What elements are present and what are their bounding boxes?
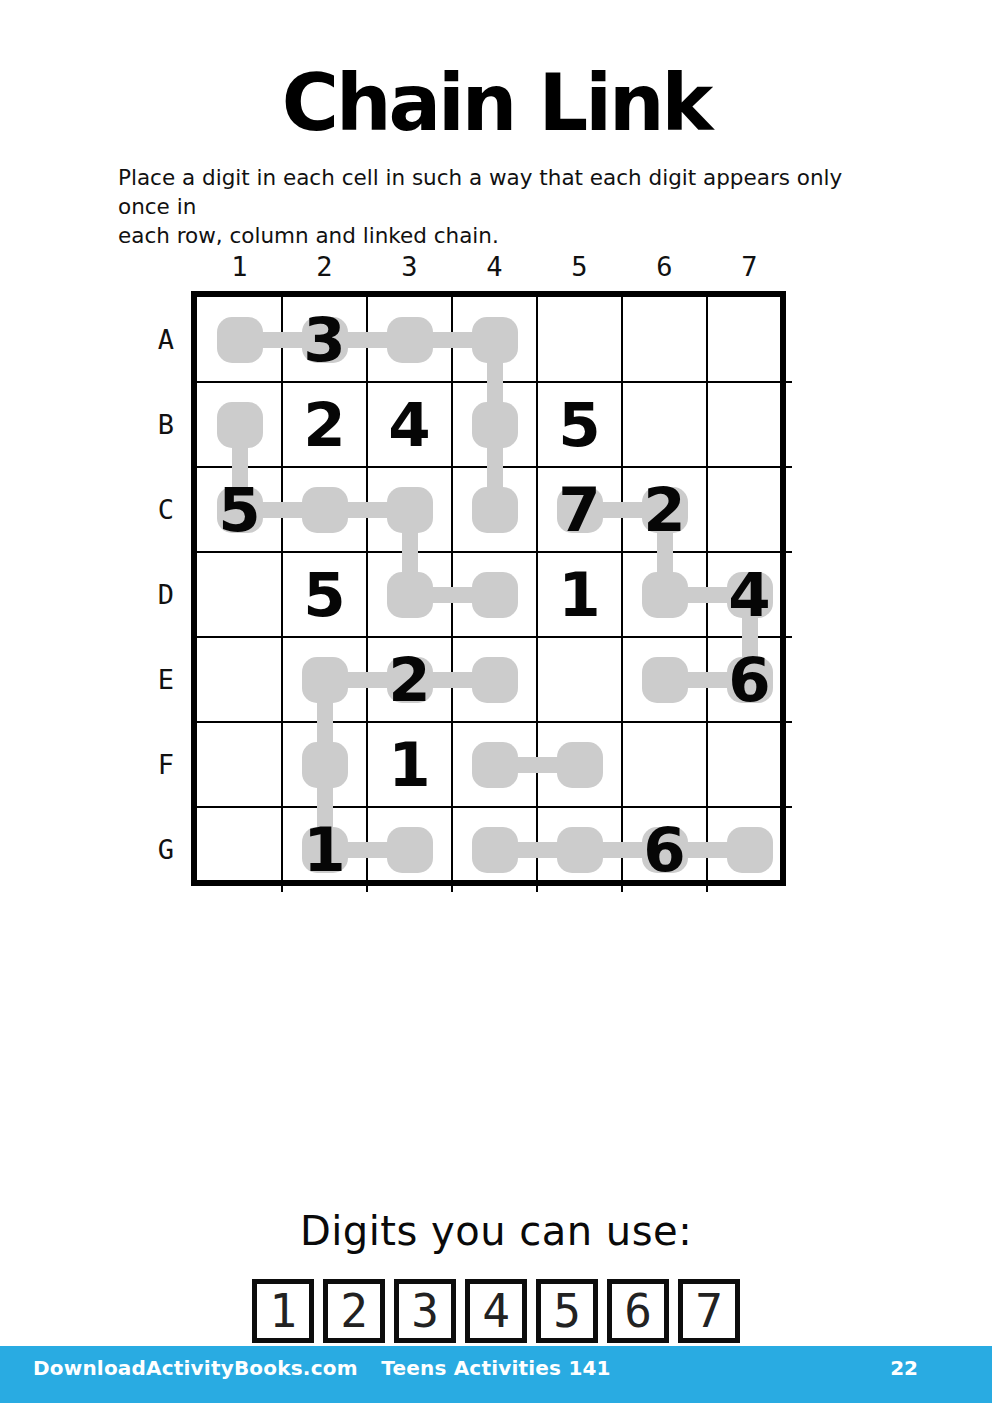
bank-digit-box-7: 7 xyxy=(678,1279,740,1343)
row-label-C: C xyxy=(148,467,184,552)
cell-C1[interactable]: 5 xyxy=(197,467,282,552)
cell-F6[interactable] xyxy=(622,722,707,807)
footer-bar: DownloadActivityBooks.com Teens Activiti… xyxy=(0,1346,992,1403)
cell-C7[interactable] xyxy=(707,467,792,552)
bank-digit-box-5: 5 xyxy=(536,1279,598,1343)
cell-G4[interactable] xyxy=(452,807,537,892)
cell-G7[interactable] xyxy=(707,807,792,892)
footer-page-number: 22 xyxy=(890,1356,918,1380)
cell-C4[interactable] xyxy=(452,467,537,552)
cell-E4[interactable] xyxy=(452,637,537,722)
row-label-B: B xyxy=(148,382,184,467)
cell-D3[interactable] xyxy=(367,552,452,637)
cell-F3[interactable]: 1 xyxy=(367,722,452,807)
bank-digit-4: 4 xyxy=(482,1284,510,1338)
col-label-3: 3 xyxy=(367,251,452,282)
cell-E1[interactable] xyxy=(197,637,282,722)
footer-book-title: Teens Activities 141 xyxy=(0,1356,992,1380)
bank-digit-box-4: 4 xyxy=(465,1279,527,1343)
col-label-1: 1 xyxy=(197,251,282,282)
col-label-4: 4 xyxy=(452,251,537,282)
instructions: Place a digit in each cell in such a way… xyxy=(118,163,898,250)
cell-F7[interactable] xyxy=(707,722,792,807)
col-label-5: 5 xyxy=(537,251,622,282)
cell-A3[interactable] xyxy=(367,297,452,382)
row-label-D: D xyxy=(148,552,184,637)
cell-E7[interactable]: 6 xyxy=(707,637,792,722)
bank-digit-5: 5 xyxy=(553,1284,581,1338)
cell-F5[interactable] xyxy=(537,722,622,807)
bank-digit-box-3: 3 xyxy=(394,1279,456,1343)
cell-D4[interactable] xyxy=(452,552,537,637)
bank-digit-box-6: 6 xyxy=(607,1279,669,1343)
cell-C5[interactable]: 7 xyxy=(537,467,622,552)
cell-D7[interactable]: 4 xyxy=(707,552,792,637)
cell-D2[interactable]: 5 xyxy=(282,552,367,637)
cell-B2[interactable]: 2 xyxy=(282,382,367,467)
cell-D1[interactable] xyxy=(197,552,282,637)
cell-G5[interactable] xyxy=(537,807,622,892)
page-title: Chain Link xyxy=(0,58,992,148)
col-label-6: 6 xyxy=(622,251,707,282)
cell-A2[interactable]: 3 xyxy=(282,297,367,382)
cell-G2[interactable]: 1 xyxy=(282,807,367,892)
cell-B5[interactable]: 5 xyxy=(537,382,622,467)
row-label-E: E xyxy=(148,637,184,722)
instructions-line-1: Place a digit in each cell in such a way… xyxy=(118,163,898,221)
cell-G3[interactable] xyxy=(367,807,452,892)
cell-F1[interactable] xyxy=(197,722,282,807)
board-area: 1234567 ABCDEFG 324557251426116 xyxy=(191,291,786,886)
cell-E2[interactable] xyxy=(282,637,367,722)
cell-B3[interactable]: 4 xyxy=(367,382,452,467)
bank-digit-7: 7 xyxy=(695,1284,723,1338)
cell-B4[interactable] xyxy=(452,382,537,467)
cell-E5[interactable] xyxy=(537,637,622,722)
bank-digit-2: 2 xyxy=(340,1284,368,1338)
row-label-G: G xyxy=(148,807,184,892)
bank-digit-6: 6 xyxy=(624,1284,652,1338)
row-labels: ABCDEFG xyxy=(148,297,184,892)
cell-E3[interactable]: 2 xyxy=(367,637,452,722)
cell-D6[interactable] xyxy=(622,552,707,637)
cells-layer: 324557251426116 xyxy=(197,297,792,892)
cell-C2[interactable] xyxy=(282,467,367,552)
cell-E6[interactable] xyxy=(622,637,707,722)
col-label-2: 2 xyxy=(282,251,367,282)
bank-digit-1: 1 xyxy=(269,1284,297,1338)
cell-G1[interactable] xyxy=(197,807,282,892)
cell-D5[interactable]: 1 xyxy=(537,552,622,637)
row-label-F: F xyxy=(148,722,184,807)
row-label-A: A xyxy=(148,297,184,382)
digit-bank: 1234567 xyxy=(0,1279,992,1343)
cell-A4[interactable] xyxy=(452,297,537,382)
bank-digit-box-2: 2 xyxy=(323,1279,385,1343)
cell-G6[interactable]: 6 xyxy=(622,807,707,892)
cell-C3[interactable] xyxy=(367,467,452,552)
cell-C6[interactable]: 2 xyxy=(622,467,707,552)
worksheet-page: Chain Link Place a digit in each cell in… xyxy=(0,0,992,1403)
bank-digit-box-1: 1 xyxy=(252,1279,314,1343)
puzzle-board: 324557251426116 xyxy=(191,291,786,886)
cell-B6[interactable] xyxy=(622,382,707,467)
cell-A1[interactable] xyxy=(197,297,282,382)
instructions-line-2: each row, column and linked chain. xyxy=(118,221,898,250)
cell-A5[interactable] xyxy=(537,297,622,382)
col-label-7: 7 xyxy=(707,251,792,282)
cell-A7[interactable] xyxy=(707,297,792,382)
cell-F4[interactable] xyxy=(452,722,537,807)
bank-digit-3: 3 xyxy=(411,1284,439,1338)
cell-F2[interactable] xyxy=(282,722,367,807)
cell-B7[interactable] xyxy=(707,382,792,467)
digit-bank-heading: Digits you can use: xyxy=(0,1208,992,1254)
column-labels: 1234567 xyxy=(197,251,792,282)
cell-A6[interactable] xyxy=(622,297,707,382)
cell-B1[interactable] xyxy=(197,382,282,467)
